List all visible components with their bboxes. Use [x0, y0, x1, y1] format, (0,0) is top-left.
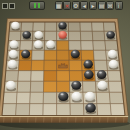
board-cell[interactable] [31, 60, 44, 70]
game-board[interactable] [0, 0, 130, 130]
board-cell[interactable] [92, 31, 105, 40]
board-cell[interactable] [43, 81, 56, 92]
board-cell[interactable] [69, 41, 81, 51]
board-cell[interactable] [20, 41, 33, 51]
board-cell[interactable] [8, 31, 21, 40]
board-cell[interactable] [45, 31, 57, 40]
board-cell[interactable] [16, 92, 30, 103]
board-cell[interactable] [44, 50, 56, 60]
board-cell[interactable] [3, 92, 17, 103]
board-cell[interactable] [69, 60, 82, 70]
piece-white[interactable] [85, 92, 96, 103]
board-cell[interactable] [109, 92, 123, 103]
board-cell[interactable] [69, 71, 82, 82]
board-cell[interactable] [43, 104, 57, 116]
piece-white[interactable] [72, 92, 83, 103]
close-button[interactable]: × [63, 1, 71, 10]
board-cell[interactable] [108, 81, 122, 92]
board-cell[interactable] [57, 104, 71, 116]
board-cell[interactable] [30, 81, 43, 92]
board-cell[interactable] [70, 104, 84, 116]
board-cell[interactable] [21, 22, 33, 31]
board-cell[interactable] [45, 22, 57, 31]
board-cell[interactable] [44, 71, 57, 82]
piece-white[interactable] [109, 60, 119, 70]
board-cell[interactable] [33, 22, 45, 31]
board-cell[interactable] [81, 50, 94, 60]
board-cell[interactable] [17, 81, 31, 92]
board-cell[interactable] [93, 41, 106, 51]
board-cell[interactable] [57, 41, 69, 51]
board-cell[interactable] [110, 104, 125, 116]
board-cell[interactable] [81, 41, 94, 51]
board-cell[interactable] [30, 92, 44, 103]
board-cell[interactable] [80, 22, 92, 31]
board-cell[interactable] [80, 31, 92, 40]
board-cell[interactable] [44, 60, 57, 70]
piece-white[interactable] [8, 60, 18, 70]
piece-white[interactable] [97, 81, 107, 92]
pause-bar-icon [38, 3, 40, 8]
toolbar: ▦×⚙◂▸▤⊠i [0, 0, 130, 13]
info-button[interactable]: i [115, 1, 123, 10]
board-cell[interactable] [83, 81, 97, 92]
resize-button[interactable]: ⊠ [106, 1, 114, 10]
redo-button[interactable]: ▸ [89, 1, 97, 10]
board-cell[interactable] [19, 60, 32, 70]
piece-black[interactable] [85, 103, 96, 114]
board-cell[interactable] [103, 22, 116, 31]
board-cell[interactable] [5, 71, 19, 82]
window-buttons-icon[interactable] [2, 3, 15, 9]
board-cell[interactable] [32, 50, 45, 60]
board-cell[interactable] [57, 71, 70, 82]
app-window: ▦×⚙◂▸▤⊠i [0, 0, 130, 130]
settings-button[interactable]: ⚙ [72, 1, 80, 10]
board-cell[interactable] [93, 50, 106, 60]
board-grid-button[interactable]: ▦ [55, 1, 63, 10]
board-cell[interactable] [2, 104, 16, 116]
moves-list-button[interactable]: ▤ [98, 1, 106, 10]
board-cell[interactable] [94, 60, 107, 70]
board-cell[interactable] [97, 104, 111, 116]
board-cell[interactable] [92, 22, 104, 31]
board-cell[interactable] [69, 31, 81, 40]
board-cell[interactable] [96, 92, 110, 103]
board-cell[interactable] [16, 104, 30, 116]
board-cell[interactable] [108, 71, 122, 82]
undo-button[interactable]: ◂ [80, 1, 88, 10]
piece-black[interactable] [97, 70, 107, 80]
board-cell[interactable] [18, 71, 31, 82]
board-cell[interactable] [31, 71, 44, 82]
board-cell[interactable] [105, 41, 118, 51]
board-cell[interactable] [57, 50, 69, 60]
piece-black[interactable] [71, 81, 81, 92]
piece-black[interactable] [84, 60, 94, 70]
pause-button[interactable] [29, 1, 45, 10]
board-cell[interactable] [29, 104, 43, 116]
board-cell[interactable] [43, 92, 56, 103]
piece-white[interactable] [6, 81, 16, 92]
board-cell[interactable] [68, 22, 80, 31]
piece-black[interactable] [58, 92, 69, 103]
pause-bar-icon [34, 3, 36, 8]
board-cell[interactable] [57, 81, 70, 92]
piece-black[interactable] [84, 70, 94, 80]
